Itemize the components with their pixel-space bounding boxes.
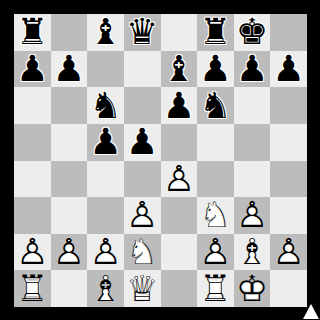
square-h3[interactable] xyxy=(270,197,307,234)
square-c1[interactable]: ♝♗ xyxy=(87,270,124,307)
square-c2[interactable]: ♟♙ xyxy=(87,234,124,271)
square-a1[interactable]: ♜♖ xyxy=(14,270,51,307)
square-d6[interactable] xyxy=(124,87,161,124)
piece-black-pawn[interactable]: ♟ xyxy=(87,124,124,161)
square-a7[interactable]: ♟ xyxy=(14,51,51,88)
square-g7[interactable]: ♟ xyxy=(234,51,271,88)
square-f8[interactable]: ♜ xyxy=(197,14,234,51)
square-c7[interactable] xyxy=(87,51,124,88)
square-d7[interactable] xyxy=(124,51,161,88)
square-f5[interactable] xyxy=(197,124,234,161)
white-bishop-glyph-icon: ♗ xyxy=(236,234,268,270)
square-g6[interactable] xyxy=(234,87,271,124)
piece-white-rook[interactable]: ♜♖ xyxy=(197,270,234,307)
square-e1[interactable] xyxy=(161,270,198,307)
piece-white-pawn[interactable]: ♟♙ xyxy=(87,234,124,271)
white-pawn-glyph-icon: ♙ xyxy=(53,234,85,270)
white-pawn-glyph-icon: ♙ xyxy=(16,234,48,270)
piece-black-pawn[interactable]: ♟ xyxy=(197,51,234,88)
square-h7[interactable]: ♟ xyxy=(270,51,307,88)
black-pawn-glyph-icon: ♟ xyxy=(199,51,231,87)
square-b6[interactable] xyxy=(51,87,88,124)
piece-white-knight[interactable]: ♞♘ xyxy=(124,234,161,271)
black-pawn-glyph-icon: ♟ xyxy=(236,51,268,87)
white-pawn-glyph-icon: ♙ xyxy=(126,197,158,233)
square-c6[interactable]: ♞ xyxy=(87,87,124,124)
square-a6[interactable] xyxy=(14,87,51,124)
piece-black-pawn[interactable]: ♟ xyxy=(234,51,271,88)
piece-black-king[interactable]: ♚ xyxy=(234,14,271,51)
piece-white-queen[interactable]: ♛♕ xyxy=(124,270,161,307)
white-pawn-glyph-icon: ♙ xyxy=(199,234,231,270)
white-knight-glyph-icon: ♘ xyxy=(126,234,158,270)
board-frame: ♜♝♛♜♚♟♟♝♟♟♟♞♟♞♟♟♟♙♟♙♞♘♟♙♟♙♟♙♟♙♞♘♟♙♝♗♟♙♜♖… xyxy=(0,0,320,320)
piece-white-pawn[interactable]: ♟♙ xyxy=(51,234,88,271)
square-d8[interactable]: ♛ xyxy=(124,14,161,51)
square-f4[interactable] xyxy=(197,161,234,198)
piece-black-bishop[interactable]: ♝ xyxy=(161,51,198,88)
square-h2[interactable]: ♟♙ xyxy=(270,234,307,271)
side-to-move-indicator xyxy=(303,304,319,319)
black-pawn-glyph-icon: ♟ xyxy=(163,88,195,124)
white-queen-glyph-icon: ♕ xyxy=(126,271,158,307)
piece-white-pawn[interactable]: ♟♙ xyxy=(124,197,161,234)
black-pawn-glyph-icon: ♟ xyxy=(53,51,85,87)
black-bishop-glyph-icon: ♝ xyxy=(89,14,121,50)
square-d4[interactable] xyxy=(124,161,161,198)
white-rook-glyph-icon: ♖ xyxy=(199,271,231,307)
square-e2[interactable] xyxy=(161,234,198,271)
square-c3[interactable] xyxy=(87,197,124,234)
square-a2[interactable]: ♟♙ xyxy=(14,234,51,271)
square-d5[interactable]: ♟ xyxy=(124,124,161,161)
black-pawn-glyph-icon: ♟ xyxy=(16,51,48,87)
piece-white-bishop[interactable]: ♝♗ xyxy=(234,234,271,271)
square-h1[interactable] xyxy=(270,270,307,307)
black-pawn-glyph-icon: ♟ xyxy=(273,51,305,87)
white-king-glyph-icon: ♔ xyxy=(236,271,268,307)
square-d1[interactable]: ♛♕ xyxy=(124,270,161,307)
square-e6[interactable]: ♟ xyxy=(161,87,198,124)
square-a5[interactable] xyxy=(14,124,51,161)
square-f7[interactable]: ♟ xyxy=(197,51,234,88)
square-h8[interactable] xyxy=(270,14,307,51)
piece-black-rook[interactable]: ♜ xyxy=(14,14,51,51)
piece-black-knight[interactable]: ♞ xyxy=(87,87,124,124)
square-f3[interactable]: ♞♘ xyxy=(197,197,234,234)
square-e4[interactable]: ♟♙ xyxy=(161,161,198,198)
square-b8[interactable] xyxy=(51,14,88,51)
square-a8[interactable]: ♜ xyxy=(14,14,51,51)
square-f1[interactable]: ♜♖ xyxy=(197,270,234,307)
square-c5[interactable]: ♟ xyxy=(87,124,124,161)
square-h5[interactable] xyxy=(270,124,307,161)
square-c8[interactable]: ♝ xyxy=(87,14,124,51)
square-h4[interactable] xyxy=(270,161,307,198)
square-g8[interactable]: ♚ xyxy=(234,14,271,51)
white-pawn-glyph-icon: ♙ xyxy=(236,197,268,233)
square-d3[interactable]: ♟♙ xyxy=(124,197,161,234)
piece-white-bishop[interactable]: ♝♗ xyxy=(87,270,124,307)
piece-black-queen[interactable]: ♛ xyxy=(124,14,161,51)
black-king-glyph-icon: ♚ xyxy=(236,14,268,50)
black-queen-glyph-icon: ♛ xyxy=(126,14,158,50)
piece-black-pawn[interactable]: ♟ xyxy=(161,87,198,124)
square-e7[interactable]: ♝ xyxy=(161,51,198,88)
square-g3[interactable]: ♟♙ xyxy=(234,197,271,234)
piece-black-pawn[interactable]: ♟ xyxy=(51,51,88,88)
square-b3[interactable] xyxy=(51,197,88,234)
square-g2[interactable]: ♝♗ xyxy=(234,234,271,271)
piece-white-pawn[interactable]: ♟♙ xyxy=(234,197,271,234)
square-b4[interactable] xyxy=(51,161,88,198)
square-b7[interactable]: ♟ xyxy=(51,51,88,88)
square-d2[interactable]: ♞♘ xyxy=(124,234,161,271)
white-pawn-glyph-icon: ♙ xyxy=(273,234,305,270)
white-knight-glyph-icon: ♘ xyxy=(199,197,231,233)
square-b5[interactable] xyxy=(51,124,88,161)
piece-black-rook[interactable]: ♜ xyxy=(197,14,234,51)
square-e3[interactable] xyxy=(161,197,198,234)
black-knight-glyph-icon: ♞ xyxy=(89,88,121,124)
piece-black-pawn[interactable]: ♟ xyxy=(14,51,51,88)
square-a4[interactable] xyxy=(14,161,51,198)
square-h6[interactable] xyxy=(270,87,307,124)
square-e5[interactable] xyxy=(161,124,198,161)
square-g1[interactable]: ♚♔ xyxy=(234,270,271,307)
black-pawn-glyph-icon: ♟ xyxy=(89,124,121,160)
square-b1[interactable] xyxy=(51,270,88,307)
piece-white-rook[interactable]: ♜♖ xyxy=(14,270,51,307)
black-pawn-glyph-icon: ♟ xyxy=(126,124,158,160)
square-f6[interactable]: ♞ xyxy=(197,87,234,124)
white-bishop-glyph-icon: ♗ xyxy=(89,271,121,307)
square-g4[interactable] xyxy=(234,161,271,198)
piece-white-king[interactable]: ♚♔ xyxy=(234,270,271,307)
white-rook-glyph-icon: ♖ xyxy=(16,271,48,307)
square-a3[interactable] xyxy=(14,197,51,234)
piece-white-pawn[interactable]: ♟♙ xyxy=(14,234,51,271)
piece-white-pawn[interactable]: ♟♙ xyxy=(270,234,307,271)
black-bishop-glyph-icon: ♝ xyxy=(163,51,195,87)
square-g5[interactable] xyxy=(234,124,271,161)
piece-black-knight[interactable]: ♞ xyxy=(197,87,234,124)
piece-white-knight[interactable]: ♞♘ xyxy=(197,197,234,234)
square-c4[interactable] xyxy=(87,161,124,198)
square-e8[interactable] xyxy=(161,14,198,51)
white-pawn-glyph-icon: ♙ xyxy=(89,234,121,270)
black-rook-glyph-icon: ♜ xyxy=(16,14,48,50)
piece-black-pawn[interactable]: ♟ xyxy=(124,124,161,161)
black-rook-glyph-icon: ♜ xyxy=(199,14,231,50)
white-pawn-glyph-icon: ♙ xyxy=(163,161,195,197)
piece-black-bishop[interactable]: ♝ xyxy=(87,14,124,51)
piece-black-pawn[interactable]: ♟ xyxy=(270,51,307,88)
piece-white-pawn[interactable]: ♟♙ xyxy=(197,234,234,271)
black-knight-glyph-icon: ♞ xyxy=(199,88,231,124)
square-f2[interactable]: ♟♙ xyxy=(197,234,234,271)
chess-board: ♜♝♛♜♚♟♟♝♟♟♟♞♟♞♟♟♟♙♟♙♞♘♟♙♟♙♟♙♟♙♞♘♟♙♝♗♟♙♜♖… xyxy=(14,14,307,307)
piece-white-pawn[interactable]: ♟♙ xyxy=(161,161,198,198)
square-b2[interactable]: ♟♙ xyxy=(51,234,88,271)
